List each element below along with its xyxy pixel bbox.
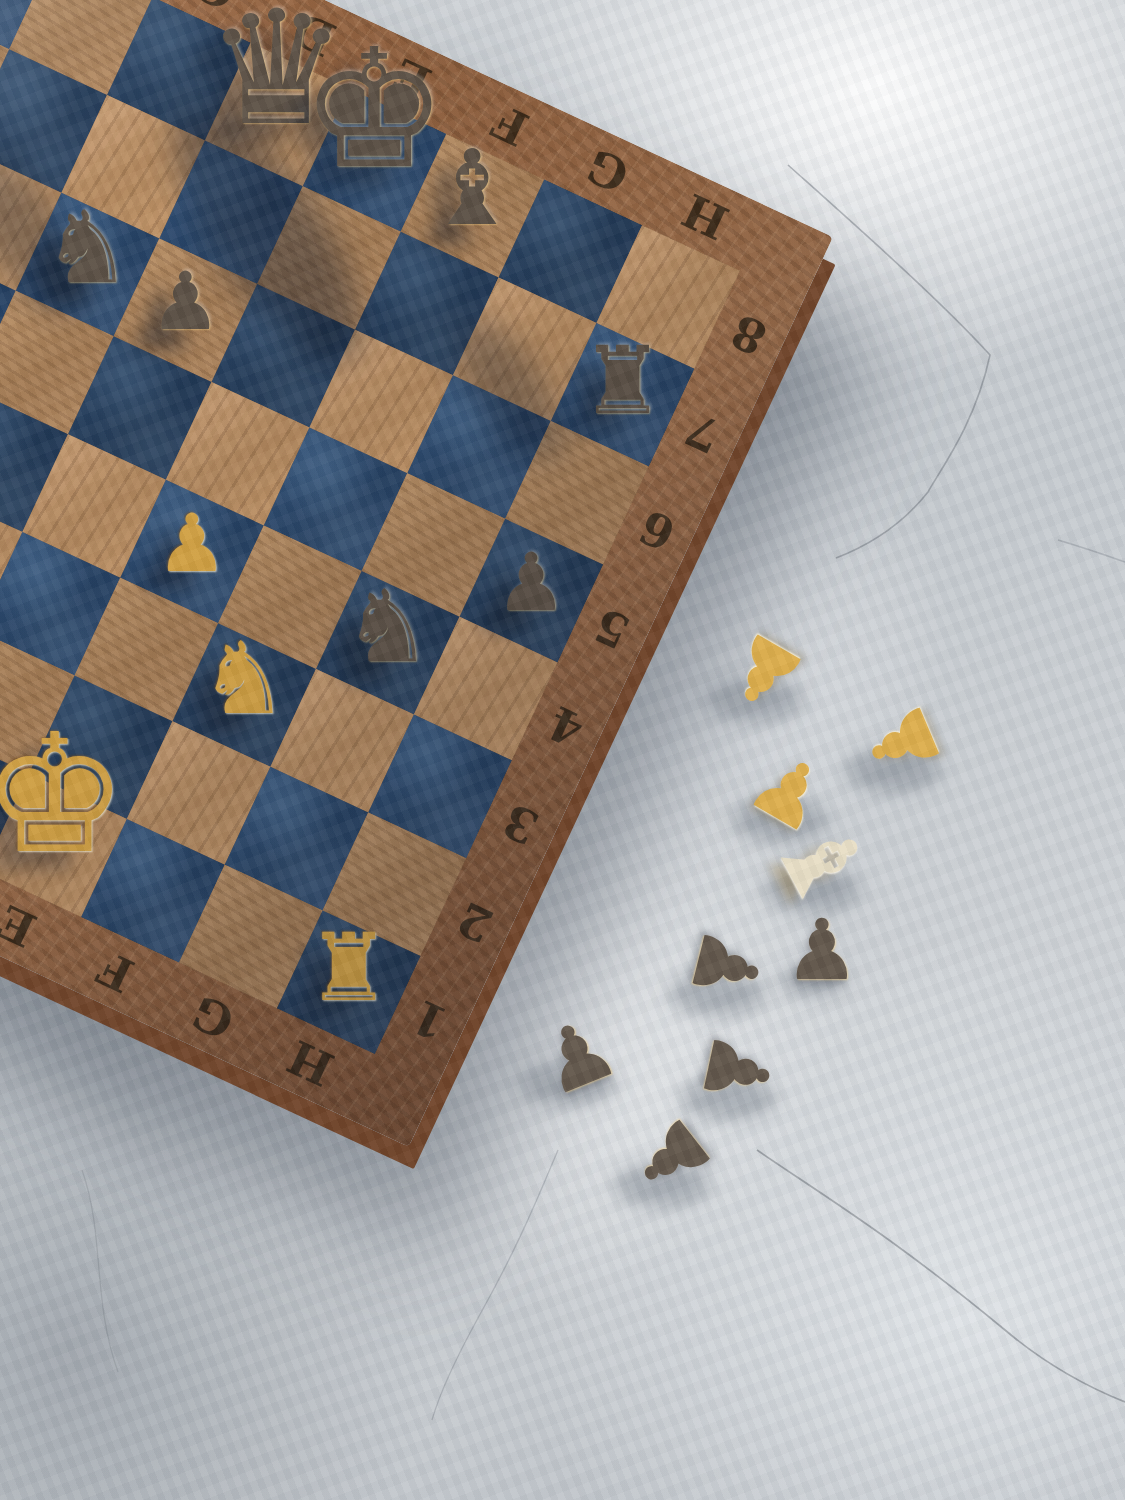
rook-glyph: ♜ [580, 334, 664, 428]
captured-white-pawn-3[interactable]: ♟ [843, 682, 963, 802]
pawn-glyph: ♟ [495, 543, 567, 623]
captured-black-pawn-9[interactable]: ♟ [612, 1097, 732, 1217]
white-knight-f3[interactable]: ♞ [172, 623, 316, 767]
pawn-glyph: ♟ [527, 1003, 628, 1109]
pawn-glyph: ♟ [150, 262, 222, 342]
captured-black-pawn-6[interactable]: ♟ [667, 906, 787, 1026]
knight-glyph: ♞ [43, 199, 133, 299]
rook-glyph: ♜ [0, 0, 25, 10]
black-rook-a8[interactable]: ♜ [0, 0, 55, 49]
bishop-glyph: ♝ [426, 136, 519, 240]
rook-glyph: ♜ [307, 921, 391, 1015]
king-glyph: ♚ [0, 713, 129, 877]
photo-scene: AA88BB77CC66DD55EE44FF33GG22HH11 ♜♛♚♝♜♞♟… [0, 0, 1125, 1500]
knight-glyph: ♞ [343, 577, 433, 677]
pawn-glyph: ♟ [677, 919, 777, 1012]
pawn-glyph: ♟ [156, 504, 228, 584]
captured-white-pawn-1[interactable]: ♟ [705, 612, 825, 732]
pawn-glyph: ♟ [850, 691, 957, 793]
pawn-glyph: ♟ [711, 617, 818, 727]
white-pawn-e4[interactable]: ♟ [120, 480, 264, 624]
black-knight-g4[interactable]: ♞ [316, 571, 460, 715]
knight-glyph: ♞ [199, 629, 289, 729]
pawn-glyph: ♟ [784, 908, 859, 992]
pawn-glyph: ♟ [616, 1101, 729, 1212]
